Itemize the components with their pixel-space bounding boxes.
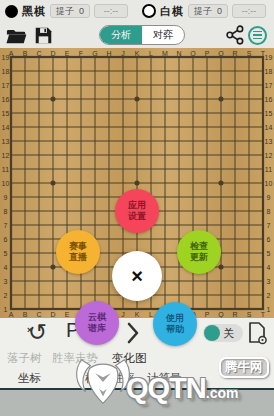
live-broadcast-button[interactable]: 赛事 直播 bbox=[56, 230, 100, 274]
toolbar: 分析 对弈 bbox=[0, 22, 274, 48]
tab-variation-diagram[interactable]: 变化图 bbox=[112, 351, 147, 366]
usage-help-button[interactable]: 使用 帮助 bbox=[153, 302, 197, 346]
board-row-labels-right: 19181716151413121110987654321 bbox=[263, 57, 274, 309]
player-bar: 黑棋 提子 0 --:-- 白棋 提子 0 --:-- bbox=[0, 0, 274, 22]
app-settings-button[interactable]: 应用 设置 bbox=[115, 189, 159, 233]
close-radial-menu-button[interactable]: × bbox=[112, 251, 162, 301]
option-winrate[interactable]: 胜率 bbox=[112, 371, 135, 386]
footer-area bbox=[0, 390, 274, 416]
undo-button[interactable]: ↺× bbox=[28, 318, 47, 346]
analysis-tabs: 落子树 胜率走势 变化图 bbox=[0, 348, 274, 368]
option-row: 坐标 棋谱 胜率 计算量 bbox=[0, 369, 274, 387]
white-stone-icon bbox=[142, 4, 156, 18]
white-captures-label: 提子 bbox=[194, 6, 212, 17]
active-tab-dot bbox=[125, 366, 129, 370]
export-button[interactable] bbox=[247, 321, 267, 345]
cloud-kifu-label-2: 谱库 bbox=[88, 323, 106, 334]
app-window: 黑棋 提子 0 --:-- 白棋 提子 0 --:-- bbox=[0, 0, 274, 416]
analysis-display-toggle[interactable]: 关 bbox=[203, 324, 243, 342]
black-captures-value: 0 bbox=[79, 6, 84, 17]
white-captures-value: 0 bbox=[217, 6, 222, 17]
black-stone-icon bbox=[5, 5, 18, 18]
analysis-mode-button[interactable]: 分析 bbox=[100, 26, 142, 44]
white-captures-box: 提子 0 bbox=[188, 4, 228, 19]
board-col-labels-top: ABCDEFGHJKLMNOPQRST bbox=[11, 48, 263, 57]
board-row-labels-left: 19181716151413121110987654321 bbox=[0, 57, 11, 309]
cloud-kifu-label-1: 云棋 bbox=[88, 312, 106, 323]
option-computation[interactable]: 计算量 bbox=[147, 371, 182, 386]
usage-help-label-2: 帮助 bbox=[166, 324, 184, 335]
hamburger-menu-icon bbox=[248, 26, 267, 45]
option-kifu[interactable]: 棋谱 bbox=[85, 371, 108, 386]
option-coordinates[interactable]: 坐标 bbox=[18, 371, 41, 386]
next-move-button[interactable] bbox=[126, 322, 140, 344]
tab-move-tree[interactable]: 落子树 bbox=[7, 351, 42, 366]
share-button[interactable] bbox=[226, 22, 244, 48]
check-update-label-1: 检查 bbox=[190, 241, 208, 252]
white-timer: --:-- bbox=[232, 4, 266, 19]
black-timer: --:-- bbox=[94, 4, 128, 19]
black-captures-label: 提子 bbox=[56, 6, 74, 17]
bottom-divider bbox=[0, 388, 274, 390]
black-player-info: 黑棋 提子 0 --:-- bbox=[0, 4, 137, 19]
bottom-control-bar: ↺× P 关 bbox=[0, 318, 274, 348]
white-player-label: 白棋 bbox=[160, 4, 184, 19]
board-col-labels-bottom: ABCDEFGHJKLMNOPQRST bbox=[11, 309, 263, 318]
black-player-label: 黑棋 bbox=[22, 4, 46, 19]
floppy-disk-icon bbox=[34, 26, 53, 45]
check-update-button[interactable]: 检查 更新 bbox=[177, 230, 221, 274]
close-icon: × bbox=[131, 264, 143, 289]
export-file-icon bbox=[247, 321, 267, 345]
toggle-knob bbox=[204, 325, 220, 341]
usage-help-label-1: 使用 bbox=[166, 313, 184, 324]
open-file-button[interactable] bbox=[5, 22, 27, 48]
menu-button[interactable] bbox=[247, 22, 268, 48]
play-mode-button[interactable]: 对弈 bbox=[142, 26, 184, 44]
share-icon bbox=[226, 25, 244, 45]
chevron-right-icon bbox=[126, 322, 140, 344]
live-broadcast-label-2: 直播 bbox=[69, 252, 87, 263]
black-captures-box: 提子 0 bbox=[50, 4, 90, 19]
toggle-label: 关 bbox=[223, 326, 234, 341]
app-settings-label-2: 设置 bbox=[128, 211, 146, 222]
tab-winrate-trend[interactable]: 胜率走势 bbox=[52, 351, 98, 366]
cloud-kifu-button[interactable]: 云棋 谱库 bbox=[75, 301, 119, 345]
folder-icon bbox=[5, 25, 27, 45]
save-button[interactable] bbox=[33, 22, 53, 48]
app-settings-label-1: 应用 bbox=[128, 200, 146, 211]
check-update-label-2: 更新 bbox=[190, 252, 208, 263]
live-broadcast-label-1: 赛事 bbox=[69, 241, 87, 252]
mode-segmented-control: 分析 对弈 bbox=[99, 25, 185, 45]
white-player-info: 白棋 提子 0 --:-- bbox=[137, 4, 274, 19]
